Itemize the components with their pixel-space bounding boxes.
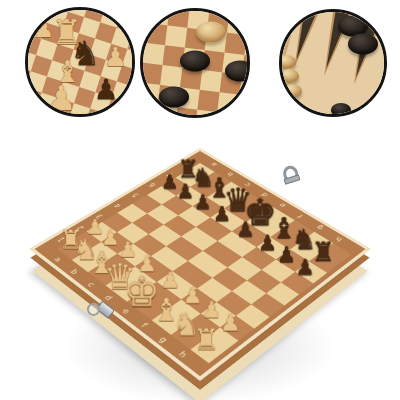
product-photo: ♟♜♞♟♝♟♟ abcdefgh abcdefgh 12345678 12345… bbox=[0, 0, 400, 400]
white-pawn: ♟ bbox=[160, 270, 180, 292]
inset-checkers-closeup bbox=[140, 8, 250, 118]
white-pawn: ♟ bbox=[182, 285, 202, 307]
black-pawn: ♟ bbox=[93, 77, 118, 105]
light-checker-disc bbox=[196, 21, 226, 42]
dark-backgammon-checker bbox=[348, 33, 378, 54]
inset-backgammon-closeup bbox=[279, 9, 387, 117]
white-pawn: ♟ bbox=[46, 82, 76, 116]
black-rook: ♜ bbox=[312, 239, 336, 265]
metal-hinge bbox=[281, 164, 298, 182]
light-backgammon-checker bbox=[279, 69, 299, 83]
white-pawn: ♟ bbox=[104, 44, 127, 70]
dark-checker-disc bbox=[225, 61, 250, 82]
inset-chess-closeup: ♟♜♞♟♝♟♟ bbox=[25, 7, 135, 117]
black-pawn: ♟ bbox=[277, 245, 296, 266]
backgammon-points bbox=[284, 9, 387, 14]
dark-checker-disc bbox=[159, 87, 189, 108]
white-pawn: ♟ bbox=[201, 299, 221, 322]
white-rook: ♜ bbox=[193, 325, 219, 354]
dark-checker-disc bbox=[180, 50, 210, 71]
dark-backgammon-checker bbox=[331, 103, 351, 117]
black-pawn: ♟ bbox=[296, 257, 315, 279]
white-pawn: ♟ bbox=[220, 312, 241, 335]
black-pawn: ♟ bbox=[258, 233, 277, 254]
light-backgammon-checker bbox=[282, 84, 302, 98]
